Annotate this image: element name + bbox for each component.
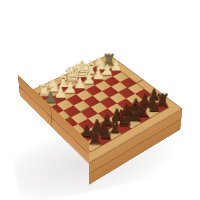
scene: ♜♞♝♛♚♝♞♜♟♟♟♟♟♟♟♟♟♟♟♟♟♟♟♟♜♞♝♛♚♝♞♜ — [0, 0, 200, 200]
chess-box: ♜♞♝♛♚♝♞♜♟♟♟♟♟♟♟♟♟♟♟♟♟♟♟♟♜♞♝♛♚♝♞♜ — [20, 54, 183, 163]
product-photo: ♜♞♝♛♚♝♞♜♟♟♟♟♟♟♟♟♟♟♟♟♟♟♟♟♜♞♝♛♚♝♞♜ — [0, 0, 200, 200]
